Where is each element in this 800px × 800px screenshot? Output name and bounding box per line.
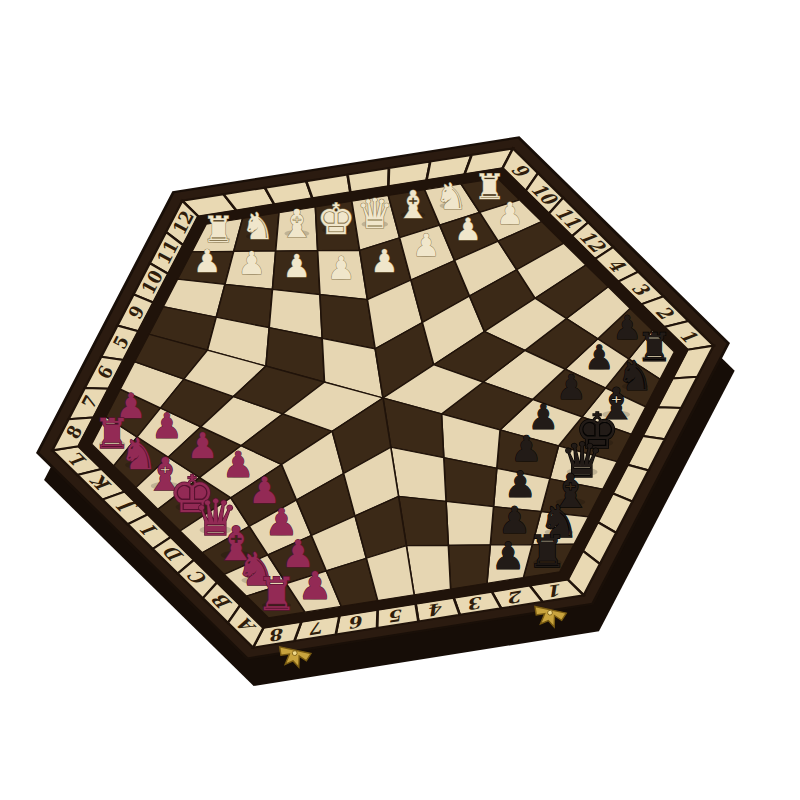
white-pawn[interactable]: ♟ bbox=[454, 212, 482, 247]
board-cell[interactable] bbox=[406, 539, 455, 595]
white-pawn[interactable]: ♟ bbox=[412, 227, 440, 263]
board-scene: three-player chess (hexagonal wooden set… bbox=[0, 0, 800, 800]
white-pawn[interactable]: ♟ bbox=[193, 243, 221, 279]
white-king[interactable]: ♚ bbox=[317, 194, 356, 244]
white-bishop[interactable]: ♝ bbox=[280, 201, 315, 246]
black-pawn[interactable]: ♟ bbox=[584, 338, 614, 377]
white-pawn[interactable]: ♟ bbox=[496, 196, 523, 231]
white-pawn[interactable]: ♟ bbox=[370, 243, 398, 279]
white-bishop[interactable]: ♝ bbox=[396, 183, 430, 227]
coordinate-label: 1 bbox=[548, 580, 565, 600]
black-pawn[interactable]: ♟ bbox=[491, 534, 525, 578]
white-queen[interactable]: ♛ bbox=[356, 190, 393, 238]
white-pawn[interactable]: ♟ bbox=[282, 248, 310, 284]
white-knight[interactable]: ♞ bbox=[241, 205, 274, 248]
white-pawn[interactable]: ♟ bbox=[238, 245, 266, 281]
white-pawn[interactable]: ♟ bbox=[327, 250, 355, 286]
purple-rook[interactable]: ♜ bbox=[256, 568, 297, 621]
black-rook[interactable]: ♜ bbox=[528, 526, 568, 577]
three-player-chess-board: 9101112432112345678LKJIDCBA12111095678♜♞… bbox=[0, 0, 800, 800]
purple-pawn[interactable]: ♟ bbox=[298, 563, 332, 608]
purple-pawn[interactable]: ♟ bbox=[187, 425, 219, 466]
